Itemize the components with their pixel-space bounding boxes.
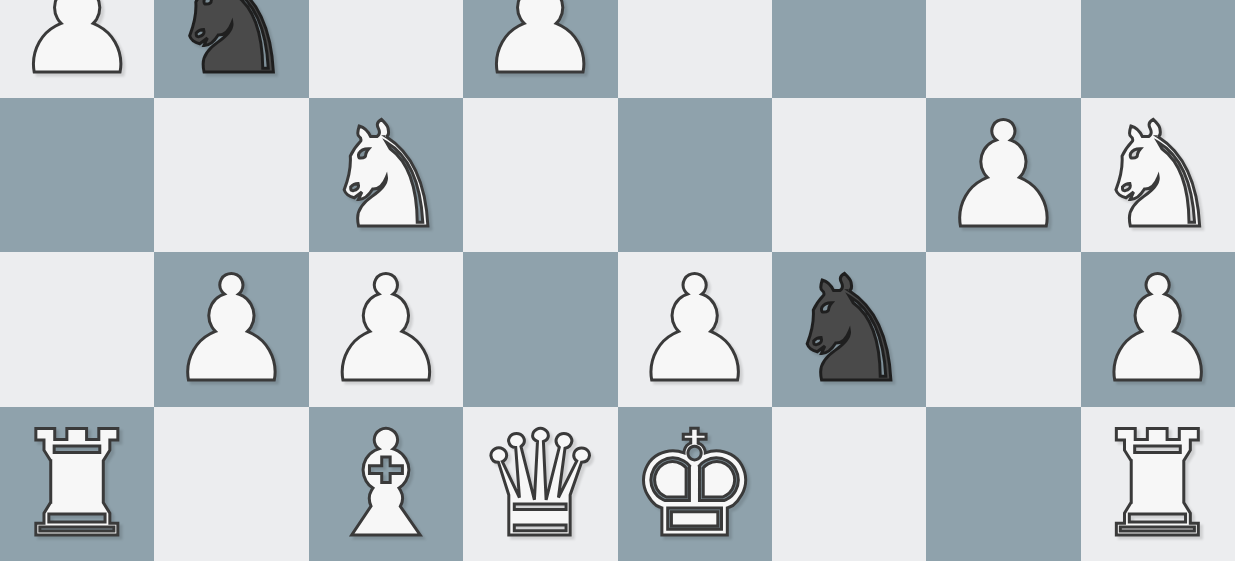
square-a3[interactable] — [0, 98, 154, 252]
square-f3[interactable] — [772, 98, 926, 252]
square-e1[interactable]: ♚ — [618, 407, 772, 561]
square-e4[interactable] — [618, 0, 772, 98]
square-c1[interactable]: ♝ — [309, 407, 463, 561]
white-pawn[interactable]: ♟ — [12, 0, 143, 94]
white-pawn[interactable]: ♟ — [166, 256, 297, 402]
white-pawn[interactable]: ♟ — [938, 102, 1069, 248]
black-knight[interactable]: ♞ — [784, 256, 915, 402]
square-b2[interactable]: ♟ — [154, 252, 308, 406]
white-rook[interactable]: ♜ — [1092, 411, 1223, 557]
square-f4[interactable] — [772, 0, 926, 98]
square-c4[interactable] — [309, 0, 463, 98]
white-pawn[interactable]: ♟ — [1092, 256, 1223, 402]
square-g1[interactable] — [926, 407, 1080, 561]
square-a1[interactable]: ♜ — [0, 407, 154, 561]
chess-board-viewport: ♟♞♟♞♟♞♟♟♟♞♟♜♝♛♚♜ — [0, 0, 1235, 561]
square-d1[interactable]: ♛ — [463, 407, 617, 561]
square-d4[interactable]: ♟ — [463, 0, 617, 98]
square-a2[interactable] — [0, 252, 154, 406]
square-b4[interactable]: ♞ — [154, 0, 308, 98]
square-c2[interactable]: ♟ — [309, 252, 463, 406]
square-h3[interactable]: ♞ — [1081, 98, 1235, 252]
white-rook[interactable]: ♜ — [12, 411, 143, 557]
square-c3[interactable]: ♞ — [309, 98, 463, 252]
square-f1[interactable] — [772, 407, 926, 561]
white-bishop[interactable]: ♝ — [320, 411, 451, 557]
square-g4[interactable] — [926, 0, 1080, 98]
white-pawn[interactable]: ♟ — [320, 256, 451, 402]
white-king[interactable]: ♚ — [629, 411, 760, 557]
white-knight[interactable]: ♞ — [1092, 102, 1223, 248]
square-h1[interactable]: ♜ — [1081, 407, 1235, 561]
white-pawn[interactable]: ♟ — [629, 256, 760, 402]
square-d2[interactable] — [463, 252, 617, 406]
square-g3[interactable]: ♟ — [926, 98, 1080, 252]
square-b3[interactable] — [154, 98, 308, 252]
square-h4[interactable] — [1081, 0, 1235, 98]
square-g2[interactable] — [926, 252, 1080, 406]
square-d3[interactable] — [463, 98, 617, 252]
square-a4[interactable]: ♟ — [0, 0, 154, 98]
square-f2[interactable]: ♞ — [772, 252, 926, 406]
black-knight[interactable]: ♞ — [166, 0, 297, 94]
square-e3[interactable] — [618, 98, 772, 252]
square-b1[interactable] — [154, 407, 308, 561]
white-queen[interactable]: ♛ — [475, 411, 606, 557]
white-pawn[interactable]: ♟ — [475, 0, 606, 94]
chess-board[interactable]: ♟♞♟♞♟♞♟♟♟♞♟♜♝♛♚♜ — [0, 0, 1235, 561]
white-knight[interactable]: ♞ — [320, 102, 451, 248]
square-e2[interactable]: ♟ — [618, 252, 772, 406]
square-h2[interactable]: ♟ — [1081, 252, 1235, 406]
